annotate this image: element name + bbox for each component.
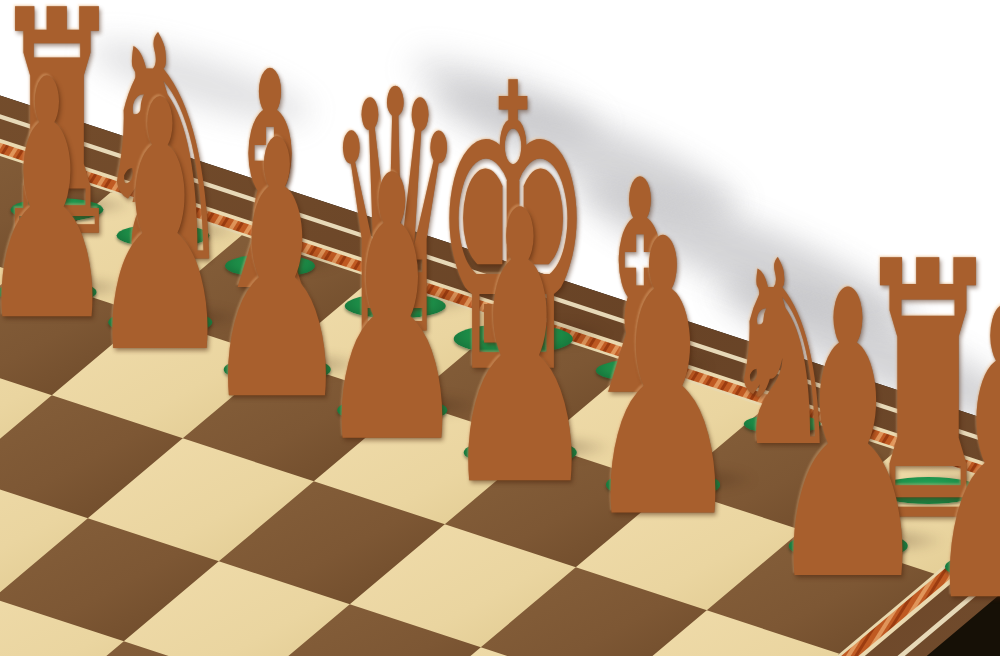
pawn-glyph: ♟ [443, 163, 598, 538]
pawn-glyph: ♟ [923, 258, 1000, 656]
pawn-glyph: ♟ [585, 191, 742, 571]
product-photo-stage: ♜♞♝♟♛♟♚♟♝♟♞♟♟♜♟♟ [0, 0, 1000, 656]
pawn-glyph: ♟ [767, 241, 930, 636]
